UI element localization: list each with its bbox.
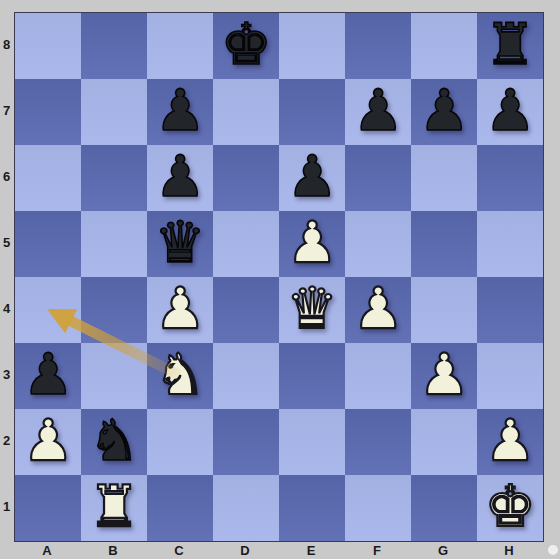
square-c4[interactable]: ♟ bbox=[147, 277, 213, 343]
square-a4[interactable] bbox=[15, 277, 81, 343]
square-h3[interactable] bbox=[477, 343, 543, 409]
rank-label-5: 5 bbox=[0, 234, 13, 252]
square-d8[interactable]: ♚ bbox=[213, 13, 279, 79]
white-pawn-c4[interactable]: ♟ bbox=[154, 280, 205, 337]
square-a8[interactable] bbox=[15, 13, 81, 79]
chess-board[interactable]: ♚♜♟♟♟♟♟♟♛♟♟♛♟♟♞♟♟♞♟♜♚ bbox=[14, 12, 544, 542]
square-h2[interactable]: ♟ bbox=[477, 409, 543, 475]
black-pawn-a3[interactable]: ♟ bbox=[22, 346, 73, 403]
file-label-a: A bbox=[14, 543, 80, 559]
white-queen-e4[interactable]: ♛ bbox=[286, 280, 337, 337]
square-f5[interactable] bbox=[345, 211, 411, 277]
black-pawn-c6[interactable]: ♟ bbox=[154, 148, 205, 205]
square-d2[interactable] bbox=[213, 409, 279, 475]
black-pawn-f7[interactable]: ♟ bbox=[352, 82, 403, 139]
white-pawn-f4[interactable]: ♟ bbox=[352, 280, 403, 337]
file-label-e: E bbox=[278, 543, 344, 559]
black-rook-h8[interactable]: ♜ bbox=[484, 16, 535, 73]
square-f8[interactable] bbox=[345, 13, 411, 79]
black-knight-b2[interactable]: ♞ bbox=[88, 412, 139, 469]
white-pawn-g3[interactable]: ♟ bbox=[418, 346, 469, 403]
square-b1[interactable]: ♜ bbox=[81, 475, 147, 541]
square-h8[interactable]: ♜ bbox=[477, 13, 543, 79]
chess-app-window: ♚♜♟♟♟♟♟♟♛♟♟♛♟♟♞♟♟♞♟♜♚ 87654321 ABCDEFGH bbox=[0, 0, 560, 559]
rank-label-1: 1 bbox=[0, 498, 13, 516]
square-g8[interactable] bbox=[411, 13, 477, 79]
square-c3[interactable]: ♞ bbox=[147, 343, 213, 409]
rank-label-4: 4 bbox=[0, 300, 13, 318]
file-label-h: H bbox=[476, 543, 542, 559]
white-pawn-e5[interactable]: ♟ bbox=[286, 214, 337, 271]
black-queen-c5[interactable]: ♛ bbox=[154, 214, 205, 271]
square-g6[interactable] bbox=[411, 145, 477, 211]
file-label-c: C bbox=[146, 543, 212, 559]
white-pawn-a2[interactable]: ♟ bbox=[22, 412, 73, 469]
rank-label-8: 8 bbox=[0, 36, 13, 54]
square-a1[interactable] bbox=[15, 475, 81, 541]
square-b2[interactable]: ♞ bbox=[81, 409, 147, 475]
square-e7[interactable] bbox=[279, 79, 345, 145]
square-g1[interactable] bbox=[411, 475, 477, 541]
square-d5[interactable] bbox=[213, 211, 279, 277]
square-c6[interactable]: ♟ bbox=[147, 145, 213, 211]
square-a3[interactable]: ♟ bbox=[15, 343, 81, 409]
white-knight-c3[interactable]: ♞ bbox=[154, 346, 205, 403]
file-label-f: F bbox=[344, 543, 410, 559]
square-e6[interactable]: ♟ bbox=[279, 145, 345, 211]
square-f1[interactable] bbox=[345, 475, 411, 541]
square-g3[interactable]: ♟ bbox=[411, 343, 477, 409]
black-king-d8[interactable]: ♚ bbox=[220, 16, 271, 73]
square-b6[interactable] bbox=[81, 145, 147, 211]
square-e2[interactable] bbox=[279, 409, 345, 475]
white-king-h1[interactable]: ♚ bbox=[484, 478, 535, 535]
square-h6[interactable] bbox=[477, 145, 543, 211]
square-d3[interactable] bbox=[213, 343, 279, 409]
square-c7[interactable]: ♟ bbox=[147, 79, 213, 145]
square-h7[interactable]: ♟ bbox=[477, 79, 543, 145]
square-b7[interactable] bbox=[81, 79, 147, 145]
square-d6[interactable] bbox=[213, 145, 279, 211]
corner-dot bbox=[548, 545, 558, 555]
rank-label-3: 3 bbox=[0, 366, 13, 384]
square-g2[interactable] bbox=[411, 409, 477, 475]
rank-label-6: 6 bbox=[0, 168, 13, 186]
square-d7[interactable] bbox=[213, 79, 279, 145]
square-a2[interactable]: ♟ bbox=[15, 409, 81, 475]
square-e5[interactable]: ♟ bbox=[279, 211, 345, 277]
square-c2[interactable] bbox=[147, 409, 213, 475]
square-g5[interactable] bbox=[411, 211, 477, 277]
black-pawn-e6[interactable]: ♟ bbox=[286, 148, 337, 205]
file-label-b: B bbox=[80, 543, 146, 559]
square-c5[interactable]: ♛ bbox=[147, 211, 213, 277]
square-e8[interactable] bbox=[279, 13, 345, 79]
white-pawn-h2[interactable]: ♟ bbox=[484, 412, 535, 469]
square-f6[interactable] bbox=[345, 145, 411, 211]
square-d4[interactable] bbox=[213, 277, 279, 343]
black-pawn-h7[interactable]: ♟ bbox=[484, 82, 535, 139]
square-h4[interactable] bbox=[477, 277, 543, 343]
square-e4[interactable]: ♛ bbox=[279, 277, 345, 343]
square-f3[interactable] bbox=[345, 343, 411, 409]
square-h1[interactable]: ♚ bbox=[477, 475, 543, 541]
file-label-d: D bbox=[212, 543, 278, 559]
square-b3[interactable] bbox=[81, 343, 147, 409]
square-h5[interactable] bbox=[477, 211, 543, 277]
square-c8[interactable] bbox=[147, 13, 213, 79]
square-a5[interactable] bbox=[15, 211, 81, 277]
rank-label-7: 7 bbox=[0, 102, 13, 120]
square-f7[interactable]: ♟ bbox=[345, 79, 411, 145]
rank-label-2: 2 bbox=[0, 432, 13, 450]
square-b4[interactable] bbox=[81, 277, 147, 343]
white-rook-b1[interactable]: ♜ bbox=[88, 478, 139, 535]
square-b8[interactable] bbox=[81, 13, 147, 79]
square-f4[interactable]: ♟ bbox=[345, 277, 411, 343]
black-pawn-g7[interactable]: ♟ bbox=[418, 82, 469, 139]
black-pawn-c7[interactable]: ♟ bbox=[154, 82, 205, 139]
square-c1[interactable] bbox=[147, 475, 213, 541]
square-a7[interactable] bbox=[15, 79, 81, 145]
square-a6[interactable] bbox=[15, 145, 81, 211]
square-e3[interactable] bbox=[279, 343, 345, 409]
square-e1[interactable] bbox=[279, 475, 345, 541]
square-b5[interactable] bbox=[81, 211, 147, 277]
square-g7[interactable]: ♟ bbox=[411, 79, 477, 145]
square-f2[interactable] bbox=[345, 409, 411, 475]
square-g4[interactable] bbox=[411, 277, 477, 343]
file-label-g: G bbox=[410, 543, 476, 559]
square-d1[interactable] bbox=[213, 475, 279, 541]
